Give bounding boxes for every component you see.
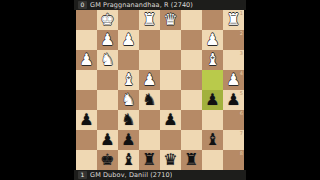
board-square[interactable] <box>181 10 202 30</box>
board-square[interactable] <box>160 50 181 70</box>
board-square[interactable] <box>202 150 223 170</box>
bottom-player-bar: 1 GM Dubov, Daniil (2710) <box>74 170 246 180</box>
board-square[interactable]: ♚ <box>97 150 118 170</box>
chess-piece-wP[interactable]: ♟ <box>139 70 160 90</box>
board-square[interactable]: ♞ <box>97 50 118 70</box>
chess-piece-wP[interactable]: ♟ <box>202 30 223 50</box>
chess-piece-wB[interactable]: ♝ <box>118 70 139 90</box>
board-square[interactable] <box>181 50 202 70</box>
board-square[interactable] <box>118 50 139 70</box>
board-square[interactable]: ♟ <box>202 30 223 50</box>
chess-piece-wR[interactable]: ♜ <box>139 10 160 30</box>
board-square[interactable]: ♟ <box>160 110 181 130</box>
chess-piece-bB[interactable]: ♝ <box>202 130 223 150</box>
board-square[interactable]: ♟ <box>97 30 118 50</box>
board-square[interactable]: ♜1 <box>223 10 244 30</box>
top-player-score-badge: 0 <box>78 1 87 9</box>
chess-piece-bP[interactable]: ♟ <box>76 110 97 130</box>
rank-coordinate-label: 1 <box>240 10 243 16</box>
chess-piece-bP[interactable]: ♟ <box>97 130 118 150</box>
right-letterbox-bar <box>246 0 320 180</box>
board-square[interactable]: ♟ <box>118 130 139 150</box>
board-square[interactable] <box>97 70 118 90</box>
chess-piece-bP[interactable]: ♟ <box>202 90 223 110</box>
board-square[interactable]: 3 <box>223 50 244 70</box>
board-square[interactable] <box>76 150 97 170</box>
board-square[interactable]: ♟ <box>202 90 223 110</box>
board-square[interactable]: ♜ <box>139 10 160 30</box>
board-square[interactable] <box>202 10 223 30</box>
chess-piece-bB[interactable]: ♝ <box>118 150 139 170</box>
chess-piece-bR[interactable]: ♜ <box>181 150 202 170</box>
board-square[interactable]: ♛ <box>160 150 181 170</box>
board-square[interactable]: 2 <box>223 30 244 50</box>
board-square[interactable] <box>160 30 181 50</box>
board-square[interactable] <box>76 30 97 50</box>
chess-piece-wP[interactable]: ♟ <box>76 50 97 70</box>
chess-piece-bQ[interactable]: ♛ <box>160 150 181 170</box>
board-square[interactable]: ♟ <box>139 70 160 90</box>
board-square[interactable] <box>76 10 97 30</box>
board-square[interactable] <box>139 30 160 50</box>
board-square[interactable]: ♞ <box>139 90 160 110</box>
board-square[interactable] <box>76 90 97 110</box>
chess-piece-bP[interactable]: ♟ <box>118 130 139 150</box>
board-square[interactable]: 8 <box>223 150 244 170</box>
chess-piece-wP[interactable]: ♟ <box>97 30 118 50</box>
chess-piece-wB[interactable]: ♝ <box>202 50 223 70</box>
board-square[interactable] <box>181 30 202 50</box>
board-square[interactable]: ♟5 <box>223 90 244 110</box>
board-square[interactable] <box>160 70 181 90</box>
chess-piece-wQ[interactable]: ♛ <box>160 10 181 30</box>
board-square[interactable] <box>118 10 139 30</box>
board-square[interactable]: ♟ <box>76 110 97 130</box>
rank-coordinate-label: 5 <box>240 90 243 96</box>
top-player-name: GM Praggnanandhaa, R (2740) <box>90 0 193 10</box>
bottom-player-score-badge: 1 <box>78 171 87 179</box>
board-square[interactable]: ♟4 <box>223 70 244 90</box>
board-square[interactable]: ♟ <box>97 130 118 150</box>
rank-coordinate-label: 7 <box>240 130 243 136</box>
board-square[interactable] <box>202 110 223 130</box>
chess-piece-bK[interactable]: ♚ <box>97 150 118 170</box>
board-square[interactable]: ♝ <box>118 70 139 90</box>
chess-piece-bN[interactable]: ♞ <box>139 90 160 110</box>
board-square[interactable] <box>139 50 160 70</box>
bottom-player-name: GM Dubov, Daniil (2710) <box>90 170 172 180</box>
board-square[interactable] <box>76 70 97 90</box>
board-square[interactable] <box>139 110 160 130</box>
rank-coordinate-label: 2 <box>240 30 243 36</box>
board-square[interactable]: ♝ <box>118 150 139 170</box>
top-player-bar: 0 GM Praggnanandhaa, R (2740) <box>74 0 246 10</box>
chess-piece-bR[interactable]: ♜ <box>139 150 160 170</box>
left-letterbox-bar <box>0 0 74 180</box>
board-square[interactable] <box>97 90 118 110</box>
board-square[interactable] <box>181 130 202 150</box>
board-square[interactable]: ♟ <box>118 30 139 50</box>
chess-piece-bN[interactable]: ♞ <box>118 110 139 130</box>
rank-coordinate-label: 4 <box>240 70 243 76</box>
chess-piece-wN[interactable]: ♞ <box>97 50 118 70</box>
board-square[interactable]: 7 <box>223 130 244 150</box>
board-square[interactable]: ♜ <box>181 150 202 170</box>
chess-piece-wK[interactable]: ♚ <box>97 10 118 30</box>
board-square[interactable]: ♞ <box>118 110 139 130</box>
rank-coordinate-label: 8 <box>240 150 243 156</box>
board-square[interactable]: ♞ <box>118 90 139 110</box>
board-square[interactable] <box>97 110 118 130</box>
board-square[interactable] <box>181 90 202 110</box>
board-square[interactable] <box>76 130 97 150</box>
screenshot-stage: 0 GM Praggnanandhaa, R (2740) ♚♜♛♜1♟♟♟2♟… <box>0 0 320 180</box>
board-square[interactable]: ♛ <box>160 10 181 30</box>
board-square[interactable]: ♝ <box>202 50 223 70</box>
rank-coordinate-label: 3 <box>240 50 243 56</box>
board-square[interactable] <box>181 70 202 90</box>
board-square[interactable]: ♜ <box>139 150 160 170</box>
board-square[interactable] <box>160 90 181 110</box>
board-square[interactable] <box>202 70 223 90</box>
chess-piece-wP[interactable]: ♟ <box>118 30 139 50</box>
rank-coordinate-label: 6 <box>240 110 243 116</box>
chess-board[interactable]: ♚♜♛♜1♟♟♟2♟♞♝3♝♟♟4♞♞♟♟5♟♞♟6♟♟♝7♚♝♜♛♜8 <box>76 10 244 170</box>
board-square[interactable]: ♟ <box>76 50 97 70</box>
board-square[interactable] <box>139 130 160 150</box>
board-square[interactable]: ♚ <box>97 10 118 30</box>
chess-piece-wN[interactable]: ♞ <box>118 90 139 110</box>
board-square[interactable]: 6 <box>223 110 244 130</box>
board-square[interactable]: ♝ <box>202 130 223 150</box>
board-square[interactable] <box>160 130 181 150</box>
board-square[interactable] <box>181 110 202 130</box>
chess-piece-bP[interactable]: ♟ <box>160 110 181 130</box>
